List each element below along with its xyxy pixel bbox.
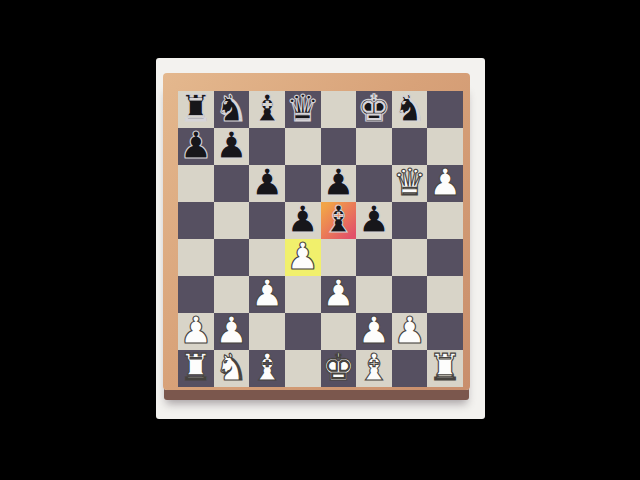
square-e8[interactable] bbox=[321, 91, 357, 128]
square-a6[interactable] bbox=[178, 165, 214, 202]
square-c3[interactable]: ♟ bbox=[249, 276, 285, 313]
piece-white-pawn[interactable]: ♟ bbox=[322, 275, 355, 312]
square-d1[interactable] bbox=[285, 350, 321, 387]
square-g6[interactable]: ♛ bbox=[392, 165, 428, 202]
piece-white-rook[interactable]: ♜ bbox=[179, 349, 212, 386]
piece-white-king[interactable]: ♚ bbox=[322, 349, 355, 386]
chess-board-frame: ♜♞♝♛♚♞♟♟♟♟♛♟♟♝♟♟♟♟♟♟♟♟♜♞♝♚♝♜ bbox=[163, 73, 470, 390]
square-e4[interactable] bbox=[321, 239, 357, 276]
square-h6[interactable]: ♟ bbox=[427, 165, 463, 202]
square-g2[interactable]: ♟ bbox=[392, 313, 428, 350]
piece-white-pawn[interactable]: ♟ bbox=[357, 312, 390, 349]
square-a4[interactable] bbox=[178, 239, 214, 276]
square-f7[interactable] bbox=[356, 128, 392, 165]
square-f2[interactable]: ♟ bbox=[356, 313, 392, 350]
square-d6[interactable] bbox=[285, 165, 321, 202]
square-a1[interactable]: ♜ bbox=[178, 350, 214, 387]
square-d2[interactable] bbox=[285, 313, 321, 350]
chess-board: ♜♞♝♛♚♞♟♟♟♟♛♟♟♝♟♟♟♟♟♟♟♟♜♞♝♚♝♜ bbox=[178, 91, 463, 383]
square-a7[interactable]: ♟ bbox=[178, 128, 214, 165]
square-d5[interactable]: ♟ bbox=[285, 202, 321, 239]
square-e7[interactable] bbox=[321, 128, 357, 165]
square-a3[interactable] bbox=[178, 276, 214, 313]
square-e1[interactable]: ♚ bbox=[321, 350, 357, 387]
square-h3[interactable] bbox=[427, 276, 463, 313]
square-a2[interactable]: ♟ bbox=[178, 313, 214, 350]
piece-white-queen[interactable]: ♛ bbox=[393, 164, 426, 201]
square-h4[interactable] bbox=[427, 239, 463, 276]
square-d4[interactable]: ♟ bbox=[285, 239, 321, 276]
piece-white-pawn[interactable]: ♟ bbox=[286, 238, 319, 275]
square-e2[interactable] bbox=[321, 313, 357, 350]
square-g4[interactable] bbox=[392, 239, 428, 276]
piece-black-pawn[interactable]: ♟ bbox=[250, 164, 283, 201]
square-g7[interactable] bbox=[392, 128, 428, 165]
piece-black-bishop[interactable]: ♝ bbox=[250, 90, 283, 127]
square-b3[interactable] bbox=[214, 276, 250, 313]
square-h1[interactable]: ♜ bbox=[427, 350, 463, 387]
piece-white-rook[interactable]: ♜ bbox=[429, 349, 462, 386]
piece-white-pawn[interactable]: ♟ bbox=[429, 164, 462, 201]
piece-black-pawn[interactable]: ♟ bbox=[179, 127, 212, 164]
square-g5[interactable] bbox=[392, 202, 428, 239]
piece-white-pawn[interactable]: ♟ bbox=[215, 312, 248, 349]
square-c1[interactable]: ♝ bbox=[249, 350, 285, 387]
piece-black-bishop[interactable]: ♝ bbox=[322, 201, 355, 238]
letterbox-background: ♜♞♝♛♚♞♟♟♟♟♛♟♟♝♟♟♟♟♟♟♟♟♜♞♝♚♝♜ bbox=[0, 0, 640, 480]
square-h2[interactable] bbox=[427, 313, 463, 350]
square-f8[interactable]: ♚ bbox=[356, 91, 392, 128]
square-c4[interactable] bbox=[249, 239, 285, 276]
square-h5[interactable] bbox=[427, 202, 463, 239]
piece-black-knight[interactable]: ♞ bbox=[215, 90, 248, 127]
square-h7[interactable] bbox=[427, 128, 463, 165]
square-f5[interactable]: ♟ bbox=[356, 202, 392, 239]
piece-white-pawn[interactable]: ♟ bbox=[393, 312, 426, 349]
piece-white-pawn[interactable]: ♟ bbox=[250, 275, 283, 312]
square-g8[interactable]: ♞ bbox=[392, 91, 428, 128]
square-c8[interactable]: ♝ bbox=[249, 91, 285, 128]
square-c5[interactable] bbox=[249, 202, 285, 239]
piece-black-king[interactable]: ♚ bbox=[357, 90, 390, 127]
piece-black-pawn[interactable]: ♟ bbox=[215, 127, 248, 164]
square-b2[interactable]: ♟ bbox=[214, 313, 250, 350]
square-f6[interactable] bbox=[356, 165, 392, 202]
piece-black-pawn[interactable]: ♟ bbox=[286, 201, 319, 238]
piece-white-knight[interactable]: ♞ bbox=[215, 349, 248, 386]
square-a5[interactable] bbox=[178, 202, 214, 239]
piece-black-queen[interactable]: ♛ bbox=[286, 90, 319, 127]
square-d3[interactable] bbox=[285, 276, 321, 313]
piece-black-rook[interactable]: ♜ bbox=[179, 90, 212, 127]
square-c6[interactable]: ♟ bbox=[249, 165, 285, 202]
square-c2[interactable] bbox=[249, 313, 285, 350]
square-a8[interactable]: ♜ bbox=[178, 91, 214, 128]
square-f3[interactable] bbox=[356, 276, 392, 313]
square-d8[interactable]: ♛ bbox=[285, 91, 321, 128]
square-c7[interactable] bbox=[249, 128, 285, 165]
piece-white-pawn[interactable]: ♟ bbox=[179, 312, 212, 349]
square-g1[interactable] bbox=[392, 350, 428, 387]
square-e3[interactable]: ♟ bbox=[321, 276, 357, 313]
piece-black-knight[interactable]: ♞ bbox=[393, 90, 426, 127]
square-b8[interactable]: ♞ bbox=[214, 91, 250, 128]
square-d7[interactable] bbox=[285, 128, 321, 165]
video-frame: ♜♞♝♛♚♞♟♟♟♟♛♟♟♝♟♟♟♟♟♟♟♟♜♞♝♚♝♜ bbox=[156, 58, 485, 419]
square-b5[interactable] bbox=[214, 202, 250, 239]
square-e5[interactable]: ♝ bbox=[321, 202, 357, 239]
piece-black-pawn[interactable]: ♟ bbox=[357, 201, 390, 238]
square-f1[interactable]: ♝ bbox=[356, 350, 392, 387]
square-b4[interactable] bbox=[214, 239, 250, 276]
square-f4[interactable] bbox=[356, 239, 392, 276]
square-b6[interactable] bbox=[214, 165, 250, 202]
square-h8[interactable] bbox=[427, 91, 463, 128]
piece-black-pawn[interactable]: ♟ bbox=[322, 164, 355, 201]
square-b1[interactable]: ♞ bbox=[214, 350, 250, 387]
piece-white-bishop[interactable]: ♝ bbox=[357, 349, 390, 386]
piece-white-bishop[interactable]: ♝ bbox=[250, 349, 283, 386]
square-e6[interactable]: ♟ bbox=[321, 165, 357, 202]
square-g3[interactable] bbox=[392, 276, 428, 313]
square-b7[interactable]: ♟ bbox=[214, 128, 250, 165]
